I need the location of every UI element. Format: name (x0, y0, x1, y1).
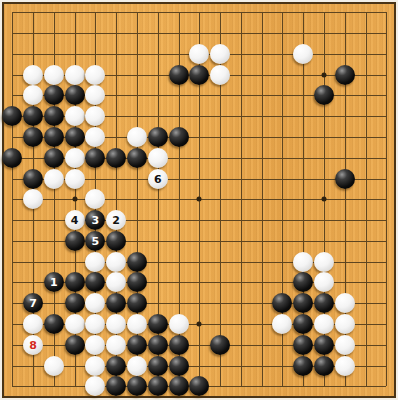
move-number-label: 2 (112, 215, 120, 226)
black-stone (23, 169, 43, 189)
white-stone (23, 85, 43, 105)
white-stone (23, 65, 43, 85)
black-stone (65, 335, 85, 355)
black-stone (127, 272, 147, 292)
star-point (322, 197, 327, 202)
black-stone (335, 65, 355, 85)
grid-line-vertical (262, 12, 263, 386)
white-stone (65, 65, 85, 85)
black-stone (210, 335, 230, 355)
black-stone: 1 (44, 272, 64, 292)
white-stone: 4 (65, 210, 85, 230)
black-stone (169, 335, 189, 355)
white-stone (293, 252, 313, 272)
black-stone (23, 127, 43, 147)
white-stone (23, 314, 43, 334)
white-stone (335, 314, 355, 334)
white-stone (127, 127, 147, 147)
white-stone (106, 335, 126, 355)
black-stone (2, 148, 22, 168)
black-stone (106, 356, 126, 376)
black-stone (106, 231, 126, 251)
black-stone (65, 293, 85, 313)
black-stone (293, 335, 313, 355)
black-stone (44, 106, 64, 126)
white-stone (85, 335, 105, 355)
black-stone (44, 127, 64, 147)
white-stone (293, 44, 313, 64)
black-stone (106, 293, 126, 313)
black-stone (169, 65, 189, 85)
black-stone (314, 85, 334, 105)
black-stone (148, 314, 168, 334)
grid-line-vertical (366, 12, 367, 386)
black-stone (148, 356, 168, 376)
black-stone (85, 148, 105, 168)
white-stone (148, 148, 168, 168)
black-stone (2, 106, 22, 126)
white-stone (65, 169, 85, 189)
black-stone (65, 127, 85, 147)
white-stone (85, 293, 105, 313)
black-stone (293, 272, 313, 292)
black-stone (106, 148, 126, 168)
black-stone (148, 376, 168, 396)
white-stone (85, 376, 105, 396)
star-point (197, 322, 202, 327)
white-stone (106, 314, 126, 334)
white-stone (335, 335, 355, 355)
white-stone (85, 356, 105, 376)
black-stone (272, 293, 292, 313)
black-stone (23, 106, 43, 126)
black-stone (169, 127, 189, 147)
grid-line-vertical (386, 12, 387, 386)
white-stone (85, 314, 105, 334)
white-stone (85, 85, 105, 105)
move-number-label: 3 (92, 215, 100, 226)
white-stone (335, 356, 355, 376)
black-stone: 3 (85, 210, 105, 230)
black-stone (65, 85, 85, 105)
white-stone (272, 314, 292, 334)
black-stone (127, 376, 147, 396)
black-stone (127, 335, 147, 355)
black-stone (314, 335, 334, 355)
white-stone (23, 189, 43, 209)
move-number-label: 4 (71, 215, 79, 226)
black-stone (127, 293, 147, 313)
white-stone (189, 44, 209, 64)
white-stone (65, 106, 85, 126)
black-stone (127, 252, 147, 272)
black-stone (65, 272, 85, 292)
white-stone (210, 44, 230, 64)
black-stone (148, 127, 168, 147)
move-number-label: 5 (92, 236, 100, 247)
star-point (322, 72, 327, 77)
black-stone (314, 356, 334, 376)
black-stone: 7 (23, 293, 43, 313)
go-game-screenshot: 64325178 (0, 0, 398, 400)
white-stone (85, 127, 105, 147)
white-stone (85, 252, 105, 272)
go-board[interactable]: 64325178 (2, 2, 396, 398)
white-stone (127, 314, 147, 334)
white-stone: 2 (106, 210, 126, 230)
grid-line-vertical (241, 12, 242, 386)
white-stone (44, 169, 64, 189)
black-stone (314, 293, 334, 313)
white-stone (65, 314, 85, 334)
black-stone (148, 335, 168, 355)
black-stone (44, 314, 64, 334)
white-stone (106, 272, 126, 292)
black-stone (127, 148, 147, 168)
black-stone (44, 148, 64, 168)
black-stone (65, 231, 85, 251)
white-stone: 8 (23, 335, 43, 355)
white-stone (314, 314, 334, 334)
black-stone (44, 85, 64, 105)
black-stone (293, 293, 313, 313)
black-stone (85, 272, 105, 292)
white-stone (44, 356, 64, 376)
white-stone (85, 65, 105, 85)
black-stone (335, 169, 355, 189)
black-stone (293, 356, 313, 376)
white-stone (210, 65, 230, 85)
white-stone (85, 106, 105, 126)
white-stone: 6 (148, 169, 168, 189)
white-stone (169, 314, 189, 334)
white-stone (314, 272, 334, 292)
white-stone (127, 356, 147, 376)
move-number-label: 6 (154, 174, 162, 185)
black-stone (169, 376, 189, 396)
black-stone (189, 376, 209, 396)
black-stone (189, 65, 209, 85)
white-stone (106, 252, 126, 272)
move-number-label: 7 (29, 298, 37, 309)
star-point (197, 197, 202, 202)
move-number-label: 1 (50, 277, 58, 288)
black-stone (293, 314, 313, 334)
white-stone (314, 252, 334, 272)
white-stone (44, 65, 64, 85)
black-stone (169, 356, 189, 376)
white-stone (85, 189, 105, 209)
white-stone (65, 148, 85, 168)
black-stone: 5 (85, 231, 105, 251)
move-number-label: 8 (29, 340, 37, 351)
black-stone (106, 376, 126, 396)
star-point (72, 197, 77, 202)
white-stone (335, 293, 355, 313)
